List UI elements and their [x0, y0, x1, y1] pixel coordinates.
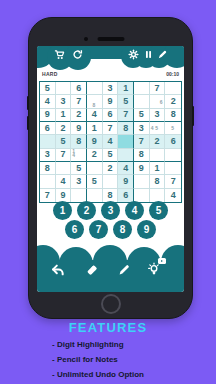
sudoku-cell[interactable]: 2: [56, 122, 72, 135]
sudoku-board: 5631743789562912467538629178345558947263…: [39, 81, 182, 203]
pencil-mark: 4: [151, 126, 154, 131]
sudoku-cell[interactable]: 5: [56, 135, 72, 148]
sudoku-cell[interactable]: 6: [150, 95, 166, 108]
sudoku-cell[interactable]: [150, 189, 166, 202]
sudoku-cell[interactable]: 4: [103, 135, 119, 148]
sudoku-cell[interactable]: [87, 189, 103, 202]
feature-item: - Digit Highlighting: [52, 337, 144, 352]
numpad-row-1: 12345: [37, 201, 184, 220]
sudoku-cell[interactable]: 9: [134, 162, 150, 175]
sudoku-cell[interactable]: 7: [134, 135, 150, 148]
sudoku-cell[interactable]: 5: [40, 82, 56, 95]
numpad-button-4[interactable]: 4: [125, 201, 144, 220]
pencil-mark: 6: [160, 100, 163, 105]
sudoku-cell[interactable]: 7: [40, 189, 56, 202]
sudoku-cell[interactable]: 4: [118, 162, 134, 175]
pencil-mark: 5: [155, 126, 158, 131]
pencil-mark: 5: [171, 126, 174, 131]
undo-icon[interactable]: [51, 263, 65, 277]
numpad-button-8[interactable]: 8: [113, 220, 132, 239]
sudoku-cell[interactable]: 9: [87, 135, 103, 148]
sudoku-cell[interactable]: 14: [71, 149, 87, 162]
sudoku-cell[interactable]: 45: [150, 122, 166, 135]
sudoku-cell[interactable]: 5: [87, 175, 103, 188]
hint-bulb-icon[interactable]: [147, 262, 161, 276]
sudoku-cell[interactable]: [134, 82, 150, 95]
sudoku-cell[interactable]: 3: [40, 149, 56, 162]
volume-down-button: [27, 116, 29, 130]
sudoku-cell[interactable]: 4: [40, 95, 56, 108]
sudoku-cell[interactable]: 8: [134, 149, 150, 162]
numpad-button-9[interactable]: 9: [137, 220, 156, 239]
sudoku-cell[interactable]: 2: [150, 135, 166, 148]
sudoku-cell[interactable]: 1: [150, 162, 166, 175]
sudoku-cell[interactable]: 4: [87, 109, 103, 122]
sudoku-cell[interactable]: 5: [165, 122, 181, 135]
sudoku-cell[interactable]: 8: [103, 189, 119, 202]
sudoku-cell[interactable]: [165, 82, 181, 95]
settings-icon[interactable]: [128, 49, 139, 60]
sudoku-cell[interactable]: 9: [71, 122, 87, 135]
numpad-row-2: 6789: [37, 220, 184, 239]
sudoku-cell[interactable]: [150, 149, 166, 162]
sudoku-cell[interactable]: 8: [40, 162, 56, 175]
phone-camera: [84, 37, 88, 41]
sudoku-cell[interactable]: [134, 175, 150, 188]
sudoku-cell[interactable]: 9: [118, 175, 134, 188]
sudoku-cell[interactable]: 1: [56, 109, 72, 122]
numpad-button-2[interactable]: 2: [77, 201, 96, 220]
sudoku-cell[interactable]: 2: [103, 162, 119, 175]
timer-label: 00:10: [166, 71, 179, 77]
sudoku-cell[interactable]: [40, 175, 56, 188]
sudoku-cell[interactable]: 4: [56, 175, 72, 188]
feature-item: - Unlimited Undo Option: [52, 367, 144, 382]
sudoku-cell[interactable]: 3: [103, 82, 119, 95]
pause-icon[interactable]: [143, 49, 154, 60]
sudoku-cell[interactable]: [56, 82, 72, 95]
sudoku-cell[interactable]: 6: [103, 109, 119, 122]
sudoku-cell[interactable]: 7: [56, 149, 72, 162]
sudoku-cell[interactable]: 1: [87, 122, 103, 135]
numpad-button-5[interactable]: 5: [149, 201, 168, 220]
sudoku-cell[interactable]: 4: [165, 189, 181, 202]
sudoku-cell[interactable]: 7: [71, 95, 87, 108]
sudoku-cell[interactable]: 7: [150, 82, 166, 95]
phone-mockup: HARD 00:10 56317437895629124675386291783…: [28, 17, 193, 319]
app-screen: HARD 00:10 56317437895629124675386291783…: [37, 46, 184, 292]
sudoku-cell[interactable]: [40, 135, 56, 148]
sudoku-cell[interactable]: 2: [71, 109, 87, 122]
sudoku-cell[interactable]: 8: [150, 175, 166, 188]
status-row: HARD 00:10: [37, 71, 184, 80]
cart-icon[interactable]: [54, 49, 65, 60]
sudoku-cell[interactable]: 5: [71, 162, 87, 175]
sudoku-cell[interactable]: 7: [103, 122, 119, 135]
sudoku-cell[interactable]: 2: [87, 149, 103, 162]
sudoku-cell[interactable]: 1: [118, 82, 134, 95]
sudoku-cell[interactable]: 9: [56, 189, 72, 202]
sudoku-cell[interactable]: 5: [118, 95, 134, 108]
features-list: - Digit Highlighting- Pencil for Notes- …: [52, 337, 144, 382]
volume-up-button: [27, 96, 29, 110]
sudoku-cell[interactable]: 7: [165, 175, 181, 188]
sudoku-cell[interactable]: 8: [71, 135, 87, 148]
sudoku-cell[interactable]: [71, 189, 87, 202]
sudoku-cell[interactable]: 5: [103, 149, 119, 162]
sudoku-cell[interactable]: [56, 162, 72, 175]
sudoku-cell[interactable]: [165, 149, 181, 162]
home-button: [101, 294, 121, 314]
sudoku-cell[interactable]: 3: [56, 95, 72, 108]
sudoku-cell[interactable]: [87, 82, 103, 95]
power-button: [192, 106, 194, 126]
sudoku-cell[interactable]: [87, 162, 103, 175]
difficulty-label: HARD: [42, 71, 58, 77]
numpad-button-7[interactable]: 7: [89, 220, 108, 239]
sudoku-cell[interactable]: 3: [134, 122, 150, 135]
sudoku-cell[interactable]: 6: [71, 82, 87, 95]
sudoku-cell[interactable]: 2: [165, 95, 181, 108]
numpad-button-3[interactable]: 3: [101, 201, 120, 220]
pencil-mark: 4: [72, 153, 75, 158]
sudoku-cell[interactable]: 9: [103, 95, 119, 108]
pencil-icon[interactable]: [117, 263, 131, 277]
feature-item: - Pencil for Notes: [52, 352, 144, 367]
sudoku-cell[interactable]: [118, 149, 134, 162]
theme-pencil-icon[interactable]: [157, 49, 168, 60]
hint-ad-badge: [158, 258, 166, 264]
sudoku-cell[interactable]: [103, 175, 119, 188]
numpad-button-6[interactable]: 6: [65, 220, 84, 239]
sudoku-cell[interactable]: 9: [40, 109, 56, 122]
eraser-icon[interactable]: [85, 263, 99, 277]
restart-icon[interactable]: [72, 49, 83, 60]
sudoku-cell[interactable]: [134, 95, 150, 108]
sudoku-cell[interactable]: 6: [118, 189, 134, 202]
numpad-button-1[interactable]: 1: [53, 201, 72, 220]
sudoku-cell[interactable]: 7: [118, 109, 134, 122]
sudoku-cell[interactable]: 8: [165, 109, 181, 122]
sudoku-cell[interactable]: [134, 189, 150, 202]
sudoku-cell[interactable]: [165, 162, 181, 175]
features-title: FEATURES: [0, 320, 216, 335]
sudoku-cell[interactable]: 6: [40, 122, 56, 135]
sudoku-cell-selected[interactable]: [118, 135, 134, 148]
sudoku-cell[interactable]: 8: [118, 122, 134, 135]
sudoku-cell[interactable]: 3: [150, 109, 166, 122]
sudoku-cell[interactable]: 8: [87, 95, 103, 108]
sudoku-cell[interactable]: 3: [71, 175, 87, 188]
phone-speaker: [97, 37, 124, 41]
sudoku-cell[interactable]: 6: [165, 135, 181, 148]
sudoku-cell[interactable]: 5: [134, 109, 150, 122]
